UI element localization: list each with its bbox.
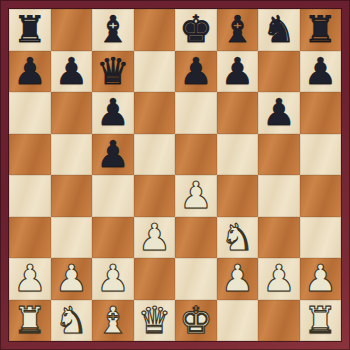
square-f1[interactable] (217, 300, 259, 342)
square-e6[interactable] (175, 92, 217, 134)
white-queen-d1[interactable]: ♛ (134, 300, 176, 342)
square-f7[interactable]: ♟ (217, 51, 259, 93)
white-pawn-e4[interactable]: ♟ (175, 175, 217, 217)
black-pawn-b7[interactable]: ♟ (51, 51, 93, 93)
square-b6[interactable] (51, 92, 93, 134)
square-a4[interactable] (9, 175, 51, 217)
square-b1[interactable]: ♞ (51, 300, 93, 342)
square-d6[interactable] (134, 92, 176, 134)
chess-board: ♜♝♚♝♞♜♟♟♛♟♟♟♟♟♟♟♟♞♟♟♟♟♟♟♜♞♝♛♚♜ (9, 9, 341, 341)
square-h4[interactable] (300, 175, 342, 217)
black-pawn-c6[interactable]: ♟ (92, 92, 134, 134)
square-a5[interactable] (9, 134, 51, 176)
square-d3[interactable]: ♟ (134, 217, 176, 259)
square-e5[interactable] (175, 134, 217, 176)
black-pawn-c5[interactable]: ♟ (92, 134, 134, 176)
white-rook-a1[interactable]: ♜ (9, 300, 51, 342)
square-b5[interactable] (51, 134, 93, 176)
black-rook-a8[interactable]: ♜ (9, 9, 51, 51)
square-e3[interactable] (175, 217, 217, 259)
square-f5[interactable] (217, 134, 259, 176)
square-d8[interactable] (134, 9, 176, 51)
black-pawn-h7[interactable]: ♟ (300, 51, 342, 93)
square-e1[interactable]: ♚ (175, 300, 217, 342)
square-d7[interactable] (134, 51, 176, 93)
white-rook-h1[interactable]: ♜ (300, 300, 342, 342)
square-g2[interactable]: ♟ (258, 258, 300, 300)
square-c3[interactable] (92, 217, 134, 259)
square-c1[interactable]: ♝ (92, 300, 134, 342)
square-c2[interactable]: ♟ (92, 258, 134, 300)
black-pawn-e7[interactable]: ♟ (175, 51, 217, 93)
square-c7[interactable]: ♛ (92, 51, 134, 93)
square-b7[interactable]: ♟ (51, 51, 93, 93)
square-h8[interactable]: ♜ (300, 9, 342, 51)
square-h3[interactable] (300, 217, 342, 259)
square-c4[interactable] (92, 175, 134, 217)
square-g6[interactable]: ♟ (258, 92, 300, 134)
black-king-e8[interactable]: ♚ (175, 9, 217, 51)
square-b2[interactable]: ♟ (51, 258, 93, 300)
black-bishop-c8[interactable]: ♝ (92, 9, 134, 51)
square-g8[interactable]: ♞ (258, 9, 300, 51)
square-b8[interactable] (51, 9, 93, 51)
black-rook-h8[interactable]: ♜ (300, 9, 342, 51)
white-pawn-g2[interactable]: ♟ (258, 258, 300, 300)
black-pawn-a7[interactable]: ♟ (9, 51, 51, 93)
white-pawn-d3[interactable]: ♟ (134, 217, 176, 259)
white-pawn-h2[interactable]: ♟ (300, 258, 342, 300)
square-a7[interactable]: ♟ (9, 51, 51, 93)
black-queen-c7[interactable]: ♛ (92, 51, 134, 93)
board-frame: ♜♝♚♝♞♜♟♟♛♟♟♟♟♟♟♟♟♞♟♟♟♟♟♟♜♞♝♛♚♜ (0, 0, 350, 350)
square-f8[interactable]: ♝ (217, 9, 259, 51)
square-a3[interactable] (9, 217, 51, 259)
black-knight-g8[interactable]: ♞ (258, 9, 300, 51)
square-c8[interactable]: ♝ (92, 9, 134, 51)
square-h7[interactable]: ♟ (300, 51, 342, 93)
black-pawn-g6[interactable]: ♟ (258, 92, 300, 134)
square-e8[interactable]: ♚ (175, 9, 217, 51)
black-pawn-f7[interactable]: ♟ (217, 51, 259, 93)
white-bishop-c1[interactable]: ♝ (92, 300, 134, 342)
square-d4[interactable] (134, 175, 176, 217)
white-king-e1[interactable]: ♚ (175, 300, 217, 342)
square-c5[interactable]: ♟ (92, 134, 134, 176)
square-f2[interactable]: ♟ (217, 258, 259, 300)
square-a1[interactable]: ♜ (9, 300, 51, 342)
square-f3[interactable]: ♞ (217, 217, 259, 259)
white-pawn-f2[interactable]: ♟ (217, 258, 259, 300)
square-e4[interactable]: ♟ (175, 175, 217, 217)
square-g1[interactable] (258, 300, 300, 342)
square-f6[interactable] (217, 92, 259, 134)
square-h5[interactable] (300, 134, 342, 176)
white-pawn-b2[interactable]: ♟ (51, 258, 93, 300)
square-g3[interactable] (258, 217, 300, 259)
square-d1[interactable]: ♛ (134, 300, 176, 342)
square-d5[interactable] (134, 134, 176, 176)
square-g5[interactable] (258, 134, 300, 176)
square-a8[interactable]: ♜ (9, 9, 51, 51)
square-b4[interactable] (51, 175, 93, 217)
square-b3[interactable] (51, 217, 93, 259)
white-pawn-a2[interactable]: ♟ (9, 258, 51, 300)
square-c6[interactable]: ♟ (92, 92, 134, 134)
square-g7[interactable] (258, 51, 300, 93)
square-h6[interactable] (300, 92, 342, 134)
square-a2[interactable]: ♟ (9, 258, 51, 300)
white-knight-b1[interactable]: ♞ (51, 300, 93, 342)
square-e7[interactable]: ♟ (175, 51, 217, 93)
square-h2[interactable]: ♟ (300, 258, 342, 300)
square-f4[interactable] (217, 175, 259, 217)
square-h1[interactable]: ♜ (300, 300, 342, 342)
square-e2[interactable] (175, 258, 217, 300)
white-knight-f3[interactable]: ♞ (217, 217, 259, 259)
white-pawn-c2[interactable]: ♟ (92, 258, 134, 300)
square-g4[interactable] (258, 175, 300, 217)
square-a6[interactable] (9, 92, 51, 134)
square-d2[interactable] (134, 258, 176, 300)
black-bishop-f8[interactable]: ♝ (217, 9, 259, 51)
